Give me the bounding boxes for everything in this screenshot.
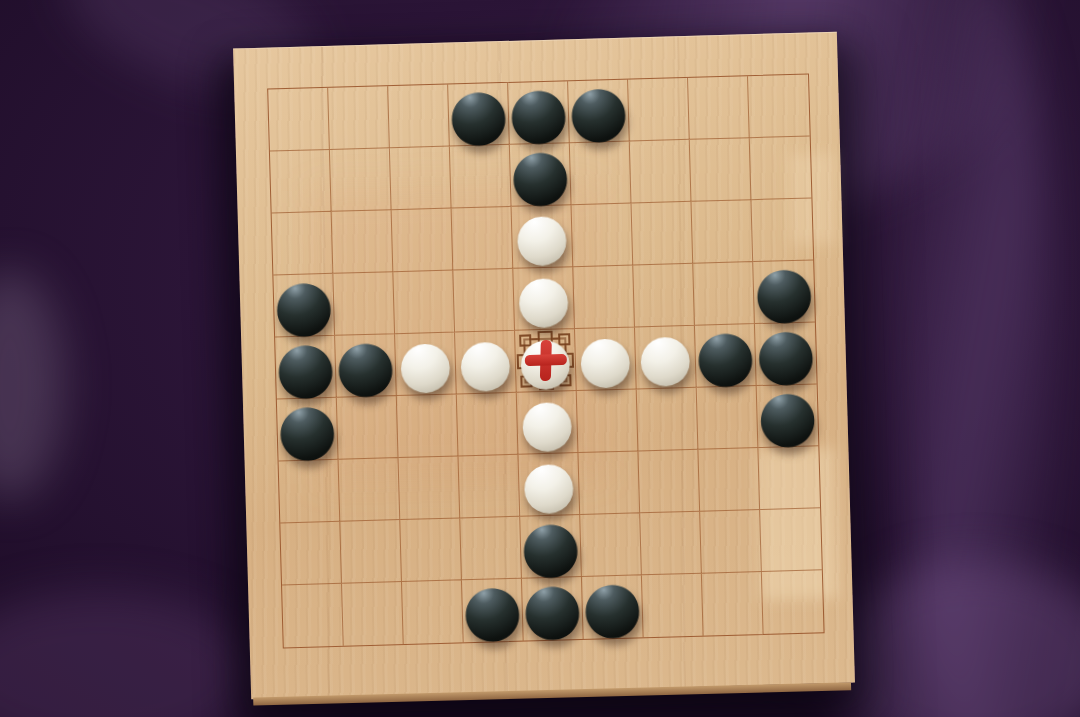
attacker-ball-glyph: ● [461, 573, 524, 645]
cell-g9[interactable] [642, 574, 704, 638]
cell-g6[interactable] [637, 388, 699, 452]
cell-a9[interactable] [282, 584, 344, 648]
attacker-piece[interactable]: ● [283, 404, 332, 453]
cell-a1[interactable] [268, 88, 330, 152]
defender-piece[interactable]: ● [522, 398, 571, 447]
cell-c5[interactable]: ● [395, 332, 457, 396]
attacker-piece[interactable]: ● [468, 586, 517, 635]
defender-ball-glyph: ● [457, 328, 515, 394]
cell-a7[interactable] [279, 460, 341, 524]
cell-g5[interactable]: ● [635, 326, 697, 390]
cell-e9[interactable]: ● [522, 577, 584, 641]
attacker-piece[interactable]: ● [528, 584, 577, 633]
attacker-ball-glyph: ● [567, 74, 630, 146]
attacker-ball-glyph: ● [447, 77, 510, 149]
cell-h8[interactable] [700, 510, 762, 574]
defender-ball-glyph: ● [513, 202, 571, 268]
cell-i9[interactable] [762, 570, 824, 634]
cell-g7[interactable] [638, 450, 700, 514]
board-grid: ●●●●●●●●●●●●●●●●●●●●●●●●● [267, 73, 824, 648]
cell-b3[interactable] [332, 210, 394, 274]
cell-i7[interactable] [758, 446, 820, 510]
cell-h7[interactable] [698, 448, 760, 512]
king-red-cross-horizontal [524, 353, 566, 365]
defender-ball-glyph: ● [518, 388, 576, 454]
defender-piece[interactable]: ● [517, 212, 566, 261]
fabric-fold [830, 560, 1080, 717]
defender-piece[interactable]: ● [524, 460, 573, 509]
defender-piece[interactable]: ● [519, 274, 568, 323]
cell-d1[interactable]: ● [448, 83, 510, 147]
cell-f5[interactable]: ● [575, 327, 637, 391]
cell-b6[interactable] [337, 396, 399, 460]
cell-f9[interactable]: ● [582, 575, 644, 639]
cell-i1[interactable] [748, 75, 810, 139]
attacker-piece[interactable]: ● [514, 88, 563, 137]
defender-ball-glyph: ● [515, 264, 573, 330]
cell-f6[interactable] [577, 389, 639, 453]
cell-d6[interactable] [457, 393, 519, 457]
photo-scene: ●●●●●●●●●●●●●●●●●●●●●●●●● [0, 0, 1080, 717]
cell-c7[interactable] [399, 456, 461, 520]
attacker-piece[interactable]: ● [574, 86, 623, 135]
cell-f1[interactable]: ● [568, 80, 630, 144]
cell-f7[interactable] [578, 451, 640, 515]
defender-ball-glyph: ● [397, 330, 455, 396]
cell-c8[interactable] [400, 518, 462, 582]
defender-ball-glyph: ● [636, 323, 694, 389]
attacker-ball-glyph: ● [276, 392, 339, 464]
cell-d3[interactable] [452, 207, 514, 271]
cell-c1[interactable] [388, 85, 450, 149]
cell-d9[interactable]: ● [462, 579, 524, 643]
attacker-ball-glyph: ● [334, 328, 397, 400]
cell-b8[interactable] [340, 520, 402, 584]
cell-d2[interactable] [450, 145, 512, 209]
cell-c9[interactable] [402, 580, 464, 644]
king-piece[interactable]: ● [521, 336, 570, 385]
attacker-piece[interactable]: ● [759, 267, 808, 316]
attacker-piece[interactable]: ● [281, 343, 330, 392]
cell-i6[interactable]: ● [757, 384, 819, 448]
attacker-ball-glyph: ● [581, 570, 644, 642]
cell-i2[interactable] [750, 136, 812, 200]
cell-b7[interactable] [339, 458, 401, 522]
cell-b5[interactable]: ● [335, 334, 397, 398]
cell-b2[interactable] [330, 148, 392, 212]
attacker-piece[interactable]: ● [279, 281, 328, 330]
attacker-piece[interactable]: ● [341, 341, 390, 390]
cell-g8[interactable] [640, 512, 702, 576]
defender-ball-glyph: ● [576, 325, 634, 391]
attacker-piece[interactable]: ● [526, 522, 575, 571]
cell-c6[interactable] [397, 394, 459, 458]
cell-f3[interactable] [572, 203, 634, 267]
cell-b1[interactable] [328, 86, 390, 150]
defender-piece[interactable]: ● [641, 332, 690, 381]
cell-a2[interactable] [270, 150, 332, 214]
attacker-ball-glyph: ● [521, 572, 584, 644]
attacker-piece[interactable]: ● [516, 150, 565, 199]
fabric-fold [0, 270, 65, 500]
cell-h1[interactable] [688, 76, 750, 140]
defender-piece[interactable]: ● [401, 339, 450, 388]
cell-h2[interactable] [690, 138, 752, 202]
fabric-fold [0, 590, 260, 717]
cell-c2[interactable] [390, 147, 452, 211]
cell-d5[interactable]: ● [455, 331, 517, 395]
attacker-piece[interactable]: ● [701, 331, 750, 380]
defender-piece[interactable]: ● [581, 334, 630, 383]
cell-d7[interactable] [459, 455, 521, 519]
defender-piece[interactable]: ● [461, 337, 510, 386]
attacker-piece[interactable]: ● [454, 90, 503, 139]
cell-a6[interactable]: ● [277, 398, 339, 462]
cell-h6[interactable] [697, 386, 759, 450]
cell-h9[interactable] [702, 572, 764, 636]
cell-h3[interactable] [691, 200, 753, 264]
attacker-piece[interactable]: ● [761, 329, 810, 378]
cell-a8[interactable] [280, 522, 342, 586]
fabric-fold [905, 0, 1055, 717]
attacker-ball-glyph: ● [756, 378, 819, 450]
cell-i8[interactable] [760, 508, 822, 572]
attacker-ball-glyph: ● [694, 318, 757, 390]
cell-h5[interactable]: ● [695, 324, 757, 388]
attacker-piece[interactable]: ● [763, 391, 812, 440]
cell-g2[interactable] [630, 140, 692, 204]
attacker-piece[interactable]: ● [588, 583, 637, 632]
cell-c3[interactable] [392, 209, 454, 273]
tablut-board: ●●●●●●●●●●●●●●●●●●●●●●●●● [233, 32, 855, 700]
cell-g1[interactable] [628, 78, 690, 142]
cell-b9[interactable] [342, 582, 404, 646]
cell-f2[interactable] [570, 142, 632, 206]
cell-g3[interactable] [632, 202, 694, 266]
